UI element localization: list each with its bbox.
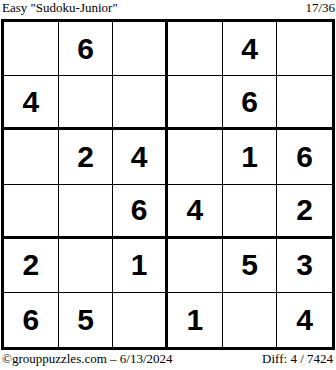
cell-r2c5: 6 — [223, 76, 278, 130]
header: Easy "Sudoku-Junior" 17/36 — [2, 0, 335, 19]
cell-r4c4: 4 — [168, 185, 223, 239]
copyright-text: ©grouppuzzles.com – 6/13/2024 — [2, 351, 173, 367]
cell-r1c1[interactable] — [4, 22, 59, 76]
cell-r6c6: 4 — [277, 293, 332, 347]
sudoku-page: Easy "Sudoku-Junior" 17/36 6446241664221… — [0, 0, 336, 370]
cell-r4c2[interactable] — [59, 185, 114, 239]
cell-r5c6: 3 — [277, 239, 332, 293]
cell-r1c2: 6 — [59, 22, 114, 76]
cell-r2c4[interactable] — [168, 76, 223, 130]
difficulty-text: Diff: 4 / 7424 — [262, 351, 333, 367]
cell-r6c3[interactable] — [113, 293, 168, 347]
cell-r5c4[interactable] — [168, 239, 223, 293]
cell-r2c1: 4 — [4, 76, 59, 130]
cell-r6c1: 6 — [4, 293, 59, 347]
page-counter: 17/36 — [305, 0, 335, 15]
sudoku-board: 6446241664221536514 — [1, 19, 335, 350]
cell-r3c6: 6 — [277, 130, 332, 184]
cell-r3c3: 4 — [113, 130, 168, 184]
cell-r5c2[interactable] — [59, 239, 114, 293]
cell-r2c3[interactable] — [113, 76, 168, 130]
cell-r3c5: 1 — [223, 130, 278, 184]
cell-r5c3: 1 — [113, 239, 168, 293]
footer: ©grouppuzzles.com – 6/13/2024 Diff: 4 / … — [2, 351, 333, 369]
cell-r3c4[interactable] — [168, 130, 223, 184]
cell-r5c1: 2 — [4, 239, 59, 293]
cell-r4c3: 6 — [113, 185, 168, 239]
cell-r4c6: 2 — [277, 185, 332, 239]
puzzle-title: Easy "Sudoku-Junior" — [2, 0, 118, 15]
cell-r6c4: 1 — [168, 293, 223, 347]
cell-r5c5: 5 — [223, 239, 278, 293]
cell-r2c2[interactable] — [59, 76, 114, 130]
cell-r2c6[interactable] — [277, 76, 332, 130]
cell-r1c3[interactable] — [113, 22, 168, 76]
cell-r1c6[interactable] — [277, 22, 332, 76]
cell-r1c4[interactable] — [168, 22, 223, 76]
cell-r3c2: 2 — [59, 130, 114, 184]
cell-r4c5[interactable] — [223, 185, 278, 239]
cell-r6c2: 5 — [59, 293, 114, 347]
cell-r6c5[interactable] — [223, 293, 278, 347]
cell-r4c1[interactable] — [4, 185, 59, 239]
cell-r3c1[interactable] — [4, 130, 59, 184]
cell-r1c5: 4 — [223, 22, 278, 76]
